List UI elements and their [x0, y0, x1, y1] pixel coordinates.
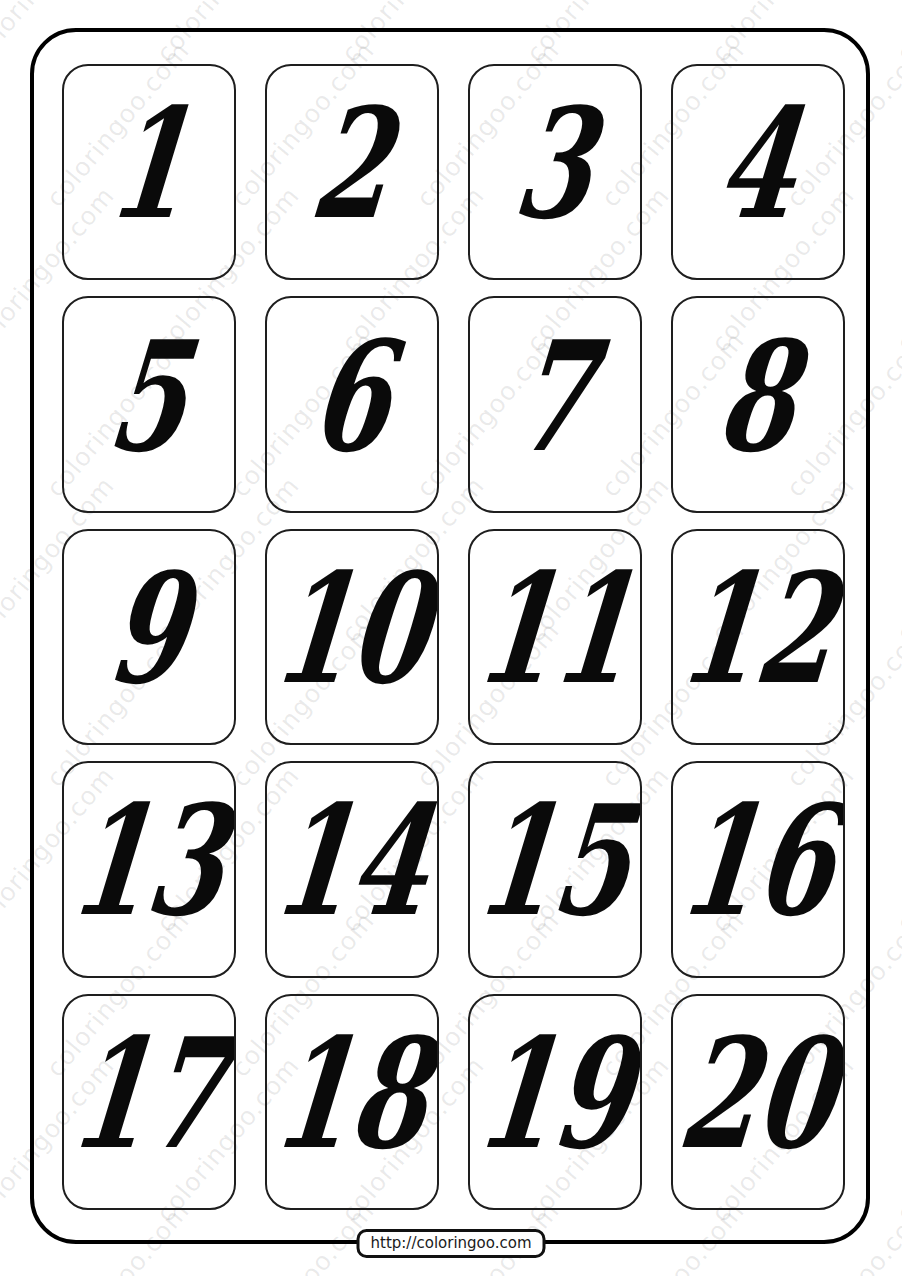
card-number: 18	[267, 1018, 438, 1170]
number-card-18: 18	[265, 994, 439, 1210]
number-card-6: 6	[265, 296, 439, 512]
card-number: 10	[267, 553, 438, 705]
card-number: 1	[102, 88, 197, 240]
source-url-text: http://coloringoo.com	[371, 1234, 532, 1252]
card-number: 6	[305, 321, 400, 473]
number-card-5: 5	[62, 296, 236, 512]
number-card-17: 17	[62, 994, 236, 1210]
card-number: 13	[64, 785, 235, 937]
card-number: 4	[711, 88, 806, 240]
number-card-4: 4	[671, 64, 845, 280]
number-card-7: 7	[468, 296, 642, 512]
watermark-text: coloringoo.com	[891, 761, 902, 937]
card-number: 16	[673, 785, 844, 937]
worksheet-page: coloringoo.comcoloringoo.comcoloringoo.c…	[0, 0, 902, 1276]
number-card-8: 8	[671, 296, 845, 512]
number-card-14: 14	[265, 761, 439, 977]
card-number: 20	[673, 1018, 844, 1170]
number-card-9: 9	[62, 529, 236, 745]
watermark-text: coloringoo.com	[891, 1051, 902, 1227]
number-card-3: 3	[468, 64, 642, 280]
watermark-text: coloringoo.com	[891, 0, 902, 68]
number-card-16: 16	[671, 761, 845, 977]
number-card-13: 13	[62, 761, 236, 977]
card-number: 15	[470, 785, 641, 937]
card-number: 11	[470, 553, 641, 705]
card-number: 5	[102, 321, 197, 473]
number-card-10: 10	[265, 529, 439, 745]
number-card-19: 19	[468, 994, 642, 1210]
card-number: 14	[267, 785, 438, 937]
flashcard-grid: 1234567891011121314151617181920	[62, 64, 845, 1210]
card-number: 3	[508, 88, 603, 240]
card-number: 12	[673, 553, 844, 705]
number-card-20: 20	[671, 994, 845, 1210]
card-number: 17	[64, 1018, 235, 1170]
card-number: 9	[102, 553, 197, 705]
number-card-11: 11	[468, 529, 642, 745]
watermark-text: coloringoo.com	[891, 471, 902, 647]
number-card-15: 15	[468, 761, 642, 977]
source-url-badge[interactable]: http://coloringoo.com	[357, 1229, 546, 1258]
number-card-1: 1	[62, 64, 236, 280]
number-card-12: 12	[671, 529, 845, 745]
card-number: 7	[508, 321, 603, 473]
card-number: 19	[470, 1018, 641, 1170]
card-number: 8	[711, 321, 806, 473]
card-number: 2	[305, 88, 400, 240]
watermark-text: coloringoo.com	[891, 181, 902, 357]
number-card-2: 2	[265, 64, 439, 280]
